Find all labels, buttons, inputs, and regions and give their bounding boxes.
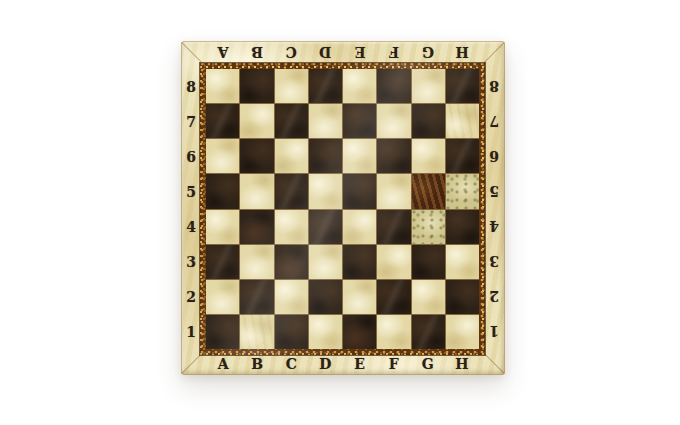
square-h5[interactable] [446, 174, 479, 208]
rank-label-right-5: 5 [485, 174, 503, 209]
square-c5[interactable] [275, 174, 308, 208]
rank-label-left-7: 7 [182, 104, 200, 139]
square-b3[interactable] [240, 245, 273, 279]
square-f2[interactable] [377, 280, 410, 314]
file-label-bottom-b: B [240, 355, 274, 372]
rank-label-left-8: 8 [182, 69, 200, 104]
square-a5[interactable] [206, 174, 239, 208]
square-d6[interactable] [309, 139, 342, 173]
square-g4[interactable] [412, 210, 445, 244]
square-e3[interactable] [343, 245, 376, 279]
square-e8[interactable] [343, 69, 376, 103]
square-e5[interactable] [343, 174, 376, 208]
square-f5[interactable] [377, 174, 410, 208]
square-e6[interactable] [343, 139, 376, 173]
square-b2[interactable] [240, 280, 273, 314]
file-label-top-c: C [274, 44, 308, 60]
square-h4[interactable] [446, 210, 479, 244]
rank-label-left-4: 4 [182, 209, 200, 244]
square-h1[interactable] [446, 315, 479, 349]
rank-label-right-7: 7 [485, 104, 503, 139]
rank-label-right-1: 1 [485, 314, 503, 349]
square-c3[interactable] [275, 245, 308, 279]
rank-label-left-3: 3 [182, 244, 200, 279]
square-h7[interactable] [446, 104, 479, 138]
square-f3[interactable] [377, 245, 410, 279]
square-g3[interactable] [412, 245, 445, 279]
rank-label-right-8: 8 [485, 69, 503, 104]
board-grid [206, 69, 479, 349]
square-a6[interactable] [206, 139, 239, 173]
file-label-bottom-g: G [411, 355, 445, 372]
square-c2[interactable] [275, 280, 308, 314]
file-label-top-g: G [411, 44, 445, 60]
square-g5[interactable] [412, 174, 445, 208]
square-b7[interactable] [240, 104, 273, 138]
square-f4[interactable] [377, 210, 410, 244]
square-d8[interactable] [309, 69, 342, 103]
square-d7[interactable] [309, 104, 342, 138]
rank-labels-left: 87654321 [182, 69, 200, 349]
square-e7[interactable] [343, 104, 376, 138]
file-label-top-b: B [240, 44, 274, 60]
square-g8[interactable] [412, 69, 445, 103]
square-f6[interactable] [377, 139, 410, 173]
square-d1[interactable] [309, 315, 342, 349]
square-b6[interactable] [240, 139, 273, 173]
file-label-bottom-a: A [206, 355, 240, 372]
rank-label-left-5: 5 [182, 174, 200, 209]
mosaic-border [200, 63, 485, 355]
file-labels-bottom: ABCDEFGH [206, 355, 479, 372]
square-g1[interactable] [412, 315, 445, 349]
square-a4[interactable] [206, 210, 239, 244]
file-label-bottom-d: D [308, 355, 342, 372]
square-c4[interactable] [275, 210, 308, 244]
square-b8[interactable] [240, 69, 273, 103]
square-b1[interactable] [240, 315, 273, 349]
square-d5[interactable] [309, 174, 342, 208]
square-c8[interactable] [275, 69, 308, 103]
square-d2[interactable] [309, 280, 342, 314]
file-label-bottom-f: F [377, 355, 411, 372]
square-a3[interactable] [206, 245, 239, 279]
square-d3[interactable] [309, 245, 342, 279]
square-g6[interactable] [412, 139, 445, 173]
square-a2[interactable] [206, 280, 239, 314]
square-a8[interactable] [206, 69, 239, 103]
rank-label-left-1: 1 [182, 314, 200, 349]
square-f7[interactable] [377, 104, 410, 138]
file-labels-top: ABCDEFGH [206, 44, 479, 60]
photo-background: ABCDEFGH ABCDEFGH 87654321 87654321 [0, 0, 680, 425]
square-a1[interactable] [206, 315, 239, 349]
square-h2[interactable] [446, 280, 479, 314]
square-d4[interactable] [309, 210, 342, 244]
square-f8[interactable] [377, 69, 410, 103]
square-h8[interactable] [446, 69, 479, 103]
square-c6[interactable] [275, 139, 308, 173]
rank-label-left-2: 2 [182, 279, 200, 314]
square-b5[interactable] [240, 174, 273, 208]
square-c7[interactable] [275, 104, 308, 138]
rank-label-right-3: 3 [485, 244, 503, 279]
rank-label-right-4: 4 [485, 209, 503, 244]
square-e1[interactable] [343, 315, 376, 349]
file-label-top-e: E [343, 44, 377, 60]
rank-labels-right: 87654321 [485, 69, 503, 349]
square-a7[interactable] [206, 104, 239, 138]
square-b4[interactable] [240, 210, 273, 244]
chess-board: ABCDEFGH ABCDEFGH 87654321 87654321 [181, 41, 505, 375]
file-label-bottom-c: C [274, 355, 308, 372]
file-label-top-f: F [377, 44, 411, 60]
file-label-top-h: H [445, 44, 479, 60]
square-g7[interactable] [412, 104, 445, 138]
square-h6[interactable] [446, 139, 479, 173]
file-label-bottom-h: H [445, 355, 479, 372]
rank-label-left-6: 6 [182, 139, 200, 174]
square-e2[interactable] [343, 280, 376, 314]
rank-label-right-2: 2 [485, 279, 503, 314]
file-label-bottom-e: E [343, 355, 377, 372]
rank-label-right-6: 6 [485, 139, 503, 174]
square-h3[interactable] [446, 245, 479, 279]
square-c1[interactable] [275, 315, 308, 349]
square-f1[interactable] [377, 315, 410, 349]
file-label-top-a: A [206, 44, 240, 60]
file-label-top-d: D [308, 44, 342, 60]
square-g2[interactable] [412, 280, 445, 314]
square-e4[interactable] [343, 210, 376, 244]
